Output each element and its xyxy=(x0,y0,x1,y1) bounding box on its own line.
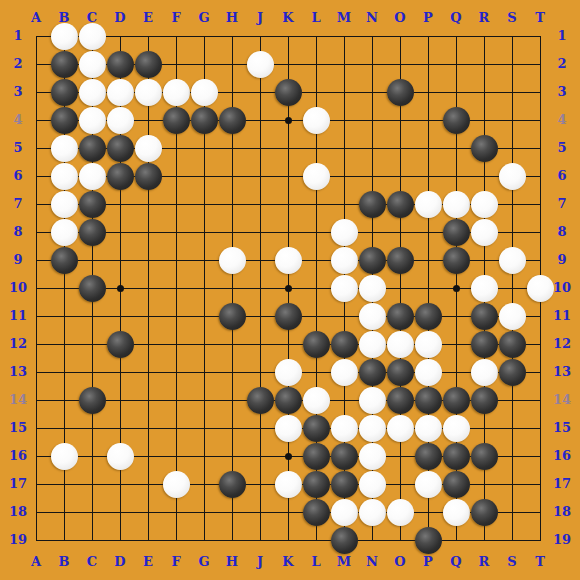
white-stone-K15[interactable] xyxy=(275,415,302,442)
black-stone-L18[interactable] xyxy=(303,499,330,526)
black-stone-Q9[interactable] xyxy=(443,247,470,274)
white-stone-M15[interactable] xyxy=(331,415,358,442)
black-stone-O13[interactable] xyxy=(387,359,414,386)
row-label-right-15: 15 xyxy=(546,418,578,438)
row-label-left-6: 6 xyxy=(2,166,34,186)
white-stone-N17[interactable] xyxy=(359,471,386,498)
white-stone-K17[interactable] xyxy=(275,471,302,498)
white-stone-N15[interactable] xyxy=(359,415,386,442)
col-label-bottom-T: T xyxy=(526,552,554,572)
white-stone-T10[interactable] xyxy=(527,275,554,302)
col-label-bottom-S: S xyxy=(498,552,526,572)
row-label-right-18: 18 xyxy=(546,502,578,522)
black-stone-H4[interactable] xyxy=(219,107,246,134)
white-stone-L6[interactable] xyxy=(303,163,330,190)
black-stone-M19[interactable] xyxy=(331,527,358,554)
white-stone-J2[interactable] xyxy=(247,51,274,78)
row-label-left-5: 5 xyxy=(2,138,34,158)
black-stone-M17[interactable] xyxy=(331,471,358,498)
white-stone-B16[interactable] xyxy=(51,443,78,470)
col-label-top-H: H xyxy=(218,8,246,28)
black-stone-M12[interactable] xyxy=(331,331,358,358)
white-stone-G3[interactable] xyxy=(191,79,218,106)
white-stone-B5[interactable] xyxy=(51,135,78,162)
white-stone-L14[interactable] xyxy=(303,387,330,414)
row-label-right-4: 4 xyxy=(546,110,578,130)
white-stone-D16[interactable] xyxy=(107,443,134,470)
black-stone-O11[interactable] xyxy=(387,303,414,330)
row-label-right-9: 9 xyxy=(546,250,578,270)
white-stone-S9[interactable] xyxy=(499,247,526,274)
col-label-bottom-H: H xyxy=(218,552,246,572)
white-stone-N11[interactable] xyxy=(359,303,386,330)
col-label-top-D: D xyxy=(106,8,134,28)
col-label-bottom-N: N xyxy=(358,552,386,572)
white-stone-N14[interactable] xyxy=(359,387,386,414)
black-stone-H17[interactable] xyxy=(219,471,246,498)
black-stone-S12[interactable] xyxy=(499,331,526,358)
white-stone-M13[interactable] xyxy=(331,359,358,386)
white-stone-R7[interactable] xyxy=(471,191,498,218)
white-stone-S11[interactable] xyxy=(499,303,526,330)
black-stone-O7[interactable] xyxy=(387,191,414,218)
row-label-left-12: 12 xyxy=(2,334,34,354)
col-label-bottom-G: G xyxy=(190,552,218,572)
white-stone-Q7[interactable] xyxy=(443,191,470,218)
white-stone-Q15[interactable] xyxy=(443,415,470,442)
black-stone-R5[interactable] xyxy=(471,135,498,162)
black-stone-C14[interactable] xyxy=(79,387,106,414)
col-label-bottom-J: J xyxy=(246,552,274,572)
row-label-left-8: 8 xyxy=(2,222,34,242)
row-label-left-15: 15 xyxy=(2,418,34,438)
black-stone-F4[interactable] xyxy=(163,107,190,134)
row-label-right-3: 3 xyxy=(546,82,578,102)
col-label-top-N: N xyxy=(358,8,386,28)
black-stone-O9[interactable] xyxy=(387,247,414,274)
black-stone-D2[interactable] xyxy=(107,51,134,78)
black-stone-B4[interactable] xyxy=(51,107,78,134)
white-stone-M10[interactable] xyxy=(331,275,358,302)
white-stone-M9[interactable] xyxy=(331,247,358,274)
col-label-bottom-M: M xyxy=(330,552,358,572)
row-label-right-16: 16 xyxy=(546,446,578,466)
white-stone-D3[interactable] xyxy=(107,79,134,106)
black-stone-P19[interactable] xyxy=(415,527,442,554)
row-label-right-5: 5 xyxy=(546,138,578,158)
black-stone-N9[interactable] xyxy=(359,247,386,274)
col-label-bottom-C: C xyxy=(78,552,106,572)
col-label-top-Q: Q xyxy=(442,8,470,28)
black-stone-E6[interactable] xyxy=(135,163,162,190)
white-stone-M18[interactable] xyxy=(331,499,358,526)
col-label-bottom-K: K xyxy=(274,552,302,572)
white-stone-O18[interactable] xyxy=(387,499,414,526)
col-label-bottom-O: O xyxy=(386,552,414,572)
row-label-right-7: 7 xyxy=(546,194,578,214)
star-point-K16 xyxy=(285,453,292,460)
black-stone-O14[interactable] xyxy=(387,387,414,414)
black-stone-K3[interactable] xyxy=(275,79,302,106)
black-stone-P14[interactable] xyxy=(415,387,442,414)
black-stone-E2[interactable] xyxy=(135,51,162,78)
white-stone-H9[interactable] xyxy=(219,247,246,274)
white-stone-C6[interactable] xyxy=(79,163,106,190)
col-label-top-S: S xyxy=(498,8,526,28)
black-stone-S13[interactable] xyxy=(499,359,526,386)
col-label-bottom-R: R xyxy=(470,552,498,572)
col-label-top-P: P xyxy=(414,8,442,28)
white-stone-R8[interactable] xyxy=(471,219,498,246)
white-stone-R10[interactable] xyxy=(471,275,498,302)
row-label-left-9: 9 xyxy=(2,250,34,270)
row-label-left-18: 18 xyxy=(2,502,34,522)
black-stone-N13[interactable] xyxy=(359,359,386,386)
col-label-top-M: M xyxy=(330,8,358,28)
row-label-left-3: 3 xyxy=(2,82,34,102)
black-stone-P16[interactable] xyxy=(415,443,442,470)
white-stone-B6[interactable] xyxy=(51,163,78,190)
row-label-left-11: 11 xyxy=(2,306,34,326)
row-label-right-12: 12 xyxy=(546,334,578,354)
row-label-left-14: 14 xyxy=(2,390,34,410)
white-stone-C3[interactable] xyxy=(79,79,106,106)
row-label-right-8: 8 xyxy=(546,222,578,242)
col-label-top-E: E xyxy=(134,8,162,28)
white-stone-D4[interactable] xyxy=(107,107,134,134)
row-label-left-13: 13 xyxy=(2,362,34,382)
black-stone-Q4[interactable] xyxy=(443,107,470,134)
col-label-top-J: J xyxy=(246,8,274,28)
white-stone-O12[interactable] xyxy=(387,331,414,358)
white-stone-Q18[interactable] xyxy=(443,499,470,526)
col-label-bottom-E: E xyxy=(134,552,162,572)
black-stone-B2[interactable] xyxy=(51,51,78,78)
white-stone-N10[interactable] xyxy=(359,275,386,302)
black-stone-R11[interactable] xyxy=(471,303,498,330)
black-stone-C5[interactable] xyxy=(79,135,106,162)
black-stone-J14[interactable] xyxy=(247,387,274,414)
col-label-top-O: O xyxy=(386,8,414,28)
white-stone-C4[interactable] xyxy=(79,107,106,134)
white-stone-B8[interactable] xyxy=(51,219,78,246)
col-label-top-G: G xyxy=(190,8,218,28)
row-label-left-7: 7 xyxy=(2,194,34,214)
white-stone-F17[interactable] xyxy=(163,471,190,498)
white-stone-P7[interactable] xyxy=(415,191,442,218)
black-stone-H11[interactable] xyxy=(219,303,246,330)
row-label-left-10: 10 xyxy=(2,278,34,298)
row-label-left-17: 17 xyxy=(2,474,34,494)
col-label-bottom-D: D xyxy=(106,552,134,572)
black-stone-K14[interactable] xyxy=(275,387,302,414)
black-stone-C8[interactable] xyxy=(79,219,106,246)
black-stone-Q16[interactable] xyxy=(443,443,470,470)
col-label-top-R: R xyxy=(470,8,498,28)
col-label-bottom-F: F xyxy=(162,552,190,572)
black-stone-Q8[interactable] xyxy=(443,219,470,246)
black-stone-R18[interactable] xyxy=(471,499,498,526)
white-stone-L4[interactable] xyxy=(303,107,330,134)
white-stone-N16[interactable] xyxy=(359,443,386,470)
white-stone-B1[interactable] xyxy=(51,23,78,50)
black-stone-G4[interactable] xyxy=(191,107,218,134)
star-point-D10 xyxy=(117,285,124,292)
white-stone-P17[interactable] xyxy=(415,471,442,498)
black-stone-B3[interactable] xyxy=(51,79,78,106)
white-stone-P13[interactable] xyxy=(415,359,442,386)
black-stone-Q14[interactable] xyxy=(443,387,470,414)
col-label-top-T: T xyxy=(526,8,554,28)
col-label-bottom-B: B xyxy=(50,552,78,572)
white-stone-E5[interactable] xyxy=(135,135,162,162)
row-label-right-6: 6 xyxy=(546,166,578,186)
col-label-bottom-P: P xyxy=(414,552,442,572)
row-label-right-17: 17 xyxy=(546,474,578,494)
white-stone-B7[interactable] xyxy=(51,191,78,218)
white-stone-N18[interactable] xyxy=(359,499,386,526)
white-stone-P12[interactable] xyxy=(415,331,442,358)
col-label-bottom-A: A xyxy=(22,552,50,572)
row-label-right-13: 13 xyxy=(546,362,578,382)
row-label-right-19: 19 xyxy=(546,530,578,550)
black-stone-C10[interactable] xyxy=(79,275,106,302)
row-label-left-2: 2 xyxy=(2,54,34,74)
col-label-bottom-L: L xyxy=(302,552,330,572)
black-stone-Q17[interactable] xyxy=(443,471,470,498)
row-label-left-19: 19 xyxy=(2,530,34,550)
black-stone-O3[interactable] xyxy=(387,79,414,106)
black-stone-C7[interactable] xyxy=(79,191,106,218)
white-stone-R13[interactable] xyxy=(471,359,498,386)
row-label-right-2: 2 xyxy=(546,54,578,74)
white-stone-S6[interactable] xyxy=(499,163,526,190)
row-label-right-11: 11 xyxy=(546,306,578,326)
row-label-left-1: 1 xyxy=(2,26,34,46)
go-board: AABBCCDDEEFFGGHHJJKKLLMMNNOOPPQQRRSSTT11… xyxy=(0,0,580,580)
white-stone-F3[interactable] xyxy=(163,79,190,106)
white-stone-K9[interactable] xyxy=(275,247,302,274)
row-label-right-1: 1 xyxy=(546,26,578,46)
black-stone-N7[interactable] xyxy=(359,191,386,218)
black-stone-L15[interactable] xyxy=(303,415,330,442)
white-stone-K13[interactable] xyxy=(275,359,302,386)
col-label-top-A: A xyxy=(22,8,50,28)
white-stone-N12[interactable] xyxy=(359,331,386,358)
star-point-K4 xyxy=(285,117,292,124)
black-stone-L17[interactable] xyxy=(303,471,330,498)
white-stone-M8[interactable] xyxy=(331,219,358,246)
black-stone-D5[interactable] xyxy=(107,135,134,162)
black-stone-K11[interactable] xyxy=(275,303,302,330)
col-label-top-F: F xyxy=(162,8,190,28)
white-stone-P15[interactable] xyxy=(415,415,442,442)
black-stone-D6[interactable] xyxy=(107,163,134,190)
black-stone-D12[interactable] xyxy=(107,331,134,358)
black-stone-L16[interactable] xyxy=(303,443,330,470)
row-label-right-14: 14 xyxy=(546,390,578,410)
white-stone-C2[interactable] xyxy=(79,51,106,78)
black-stone-P11[interactable] xyxy=(415,303,442,330)
black-stone-L12[interactable] xyxy=(303,331,330,358)
col-label-top-L: L xyxy=(302,8,330,28)
col-label-top-K: K xyxy=(274,8,302,28)
row-label-left-4: 4 xyxy=(2,110,34,130)
white-stone-O15[interactable] xyxy=(387,415,414,442)
black-stone-R12[interactable] xyxy=(471,331,498,358)
row-label-left-16: 16 xyxy=(2,446,34,466)
white-stone-C1[interactable] xyxy=(79,23,106,50)
black-stone-M16[interactable] xyxy=(331,443,358,470)
white-stone-E3[interactable] xyxy=(135,79,162,106)
star-point-Q10 xyxy=(453,285,460,292)
star-point-K10 xyxy=(285,285,292,292)
black-stone-B9[interactable] xyxy=(51,247,78,274)
black-stone-R14[interactable] xyxy=(471,387,498,414)
col-label-bottom-Q: Q xyxy=(442,552,470,572)
black-stone-R16[interactable] xyxy=(471,443,498,470)
